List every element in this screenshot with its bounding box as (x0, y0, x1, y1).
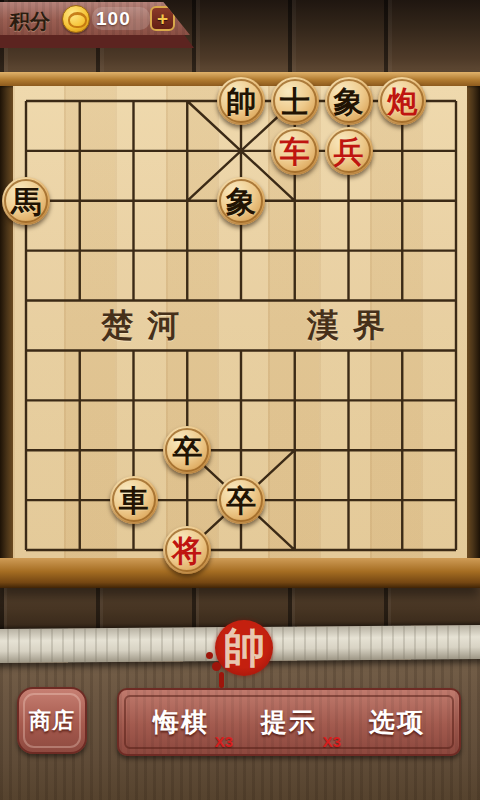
piece-black-c4r8[interactable]: 卒 (217, 476, 265, 524)
seal-character: 帥 (223, 627, 265, 669)
board-frame-left (0, 72, 13, 588)
gold-coin-icon (62, 5, 90, 33)
piece-black-c0r2[interactable]: 馬 (2, 177, 50, 225)
piece-glyph: 車 (119, 486, 149, 516)
shop-button-label: 商店 (29, 706, 75, 736)
xiangqi-board: 楚 河 漢 界 帥士象炮车兵馬象卒車卒将 (0, 72, 480, 588)
piece-red-c6r1[interactable]: 兵 (325, 127, 373, 175)
piece-black-c4r2[interactable]: 象 (217, 177, 265, 225)
board-surface[interactable]: 楚 河 漢 界 帥士象炮车兵馬象卒車卒将 (13, 86, 467, 558)
seal-ink-drip (219, 672, 224, 688)
score-value: 100 (96, 8, 131, 30)
board-frame-bottom (0, 558, 480, 588)
piece-glyph: 馬 (11, 187, 41, 217)
board-frame-right (467, 72, 480, 588)
undo-move-button[interactable]: 悔棋 X3 (153, 705, 209, 740)
piece-red-c3r9[interactable]: 将 (163, 526, 211, 574)
piece-glyph: 帥 (226, 87, 256, 117)
action-bar: 悔棋 X3 提示 X3 选项 (117, 688, 461, 756)
piece-black-c2r8[interactable]: 車 (110, 476, 158, 524)
piece-black-c5r0[interactable]: 士 (271, 77, 319, 125)
hint-label: 提示 (261, 705, 317, 740)
piece-black-c6r0[interactable]: 象 (325, 77, 373, 125)
shop-button[interactable]: 商店 (17, 687, 87, 754)
piece-glyph: 象 (226, 187, 256, 217)
seal-ink-drip (212, 662, 221, 671)
piece-glyph: 士 (280, 87, 310, 117)
piece-glyph: 炮 (387, 87, 417, 117)
piece-black-c4r0[interactable]: 帥 (217, 77, 265, 125)
piece-glyph: 将 (172, 536, 202, 566)
general-seal-stamp: 帥 (215, 620, 273, 676)
piece-red-c5r1[interactable]: 车 (271, 127, 319, 175)
river-label-chu-he: 楚 河 (78, 308, 203, 344)
app-screen: 楚 河 漢 界 帥士象炮车兵馬象卒車卒将 帥 积分 100 + 商店 悔棋 X3… (0, 0, 480, 800)
river-label-han-jie: 漢 界 (281, 308, 411, 344)
piece-glyph: 象 (334, 87, 364, 117)
options-button[interactable]: 选项 (369, 705, 425, 740)
undo-move-label: 悔棋 (153, 705, 209, 740)
piece-glyph: 卒 (172, 436, 202, 466)
hint-button[interactable]: 提示 X3 (261, 705, 317, 740)
score-label: 积分 (10, 8, 50, 35)
piece-glyph: 兵 (334, 137, 364, 167)
options-label: 选项 (369, 705, 425, 740)
undo-count-badge: X3 (215, 733, 233, 750)
seal-ink-drip (206, 652, 213, 659)
score-ribbon: 积分 100 + (0, 2, 190, 35)
hint-count-badge: X3 (323, 733, 341, 750)
piece-red-c7r0[interactable]: 炮 (378, 77, 426, 125)
piece-glyph: 卒 (226, 486, 256, 516)
piece-glyph: 车 (280, 137, 310, 167)
